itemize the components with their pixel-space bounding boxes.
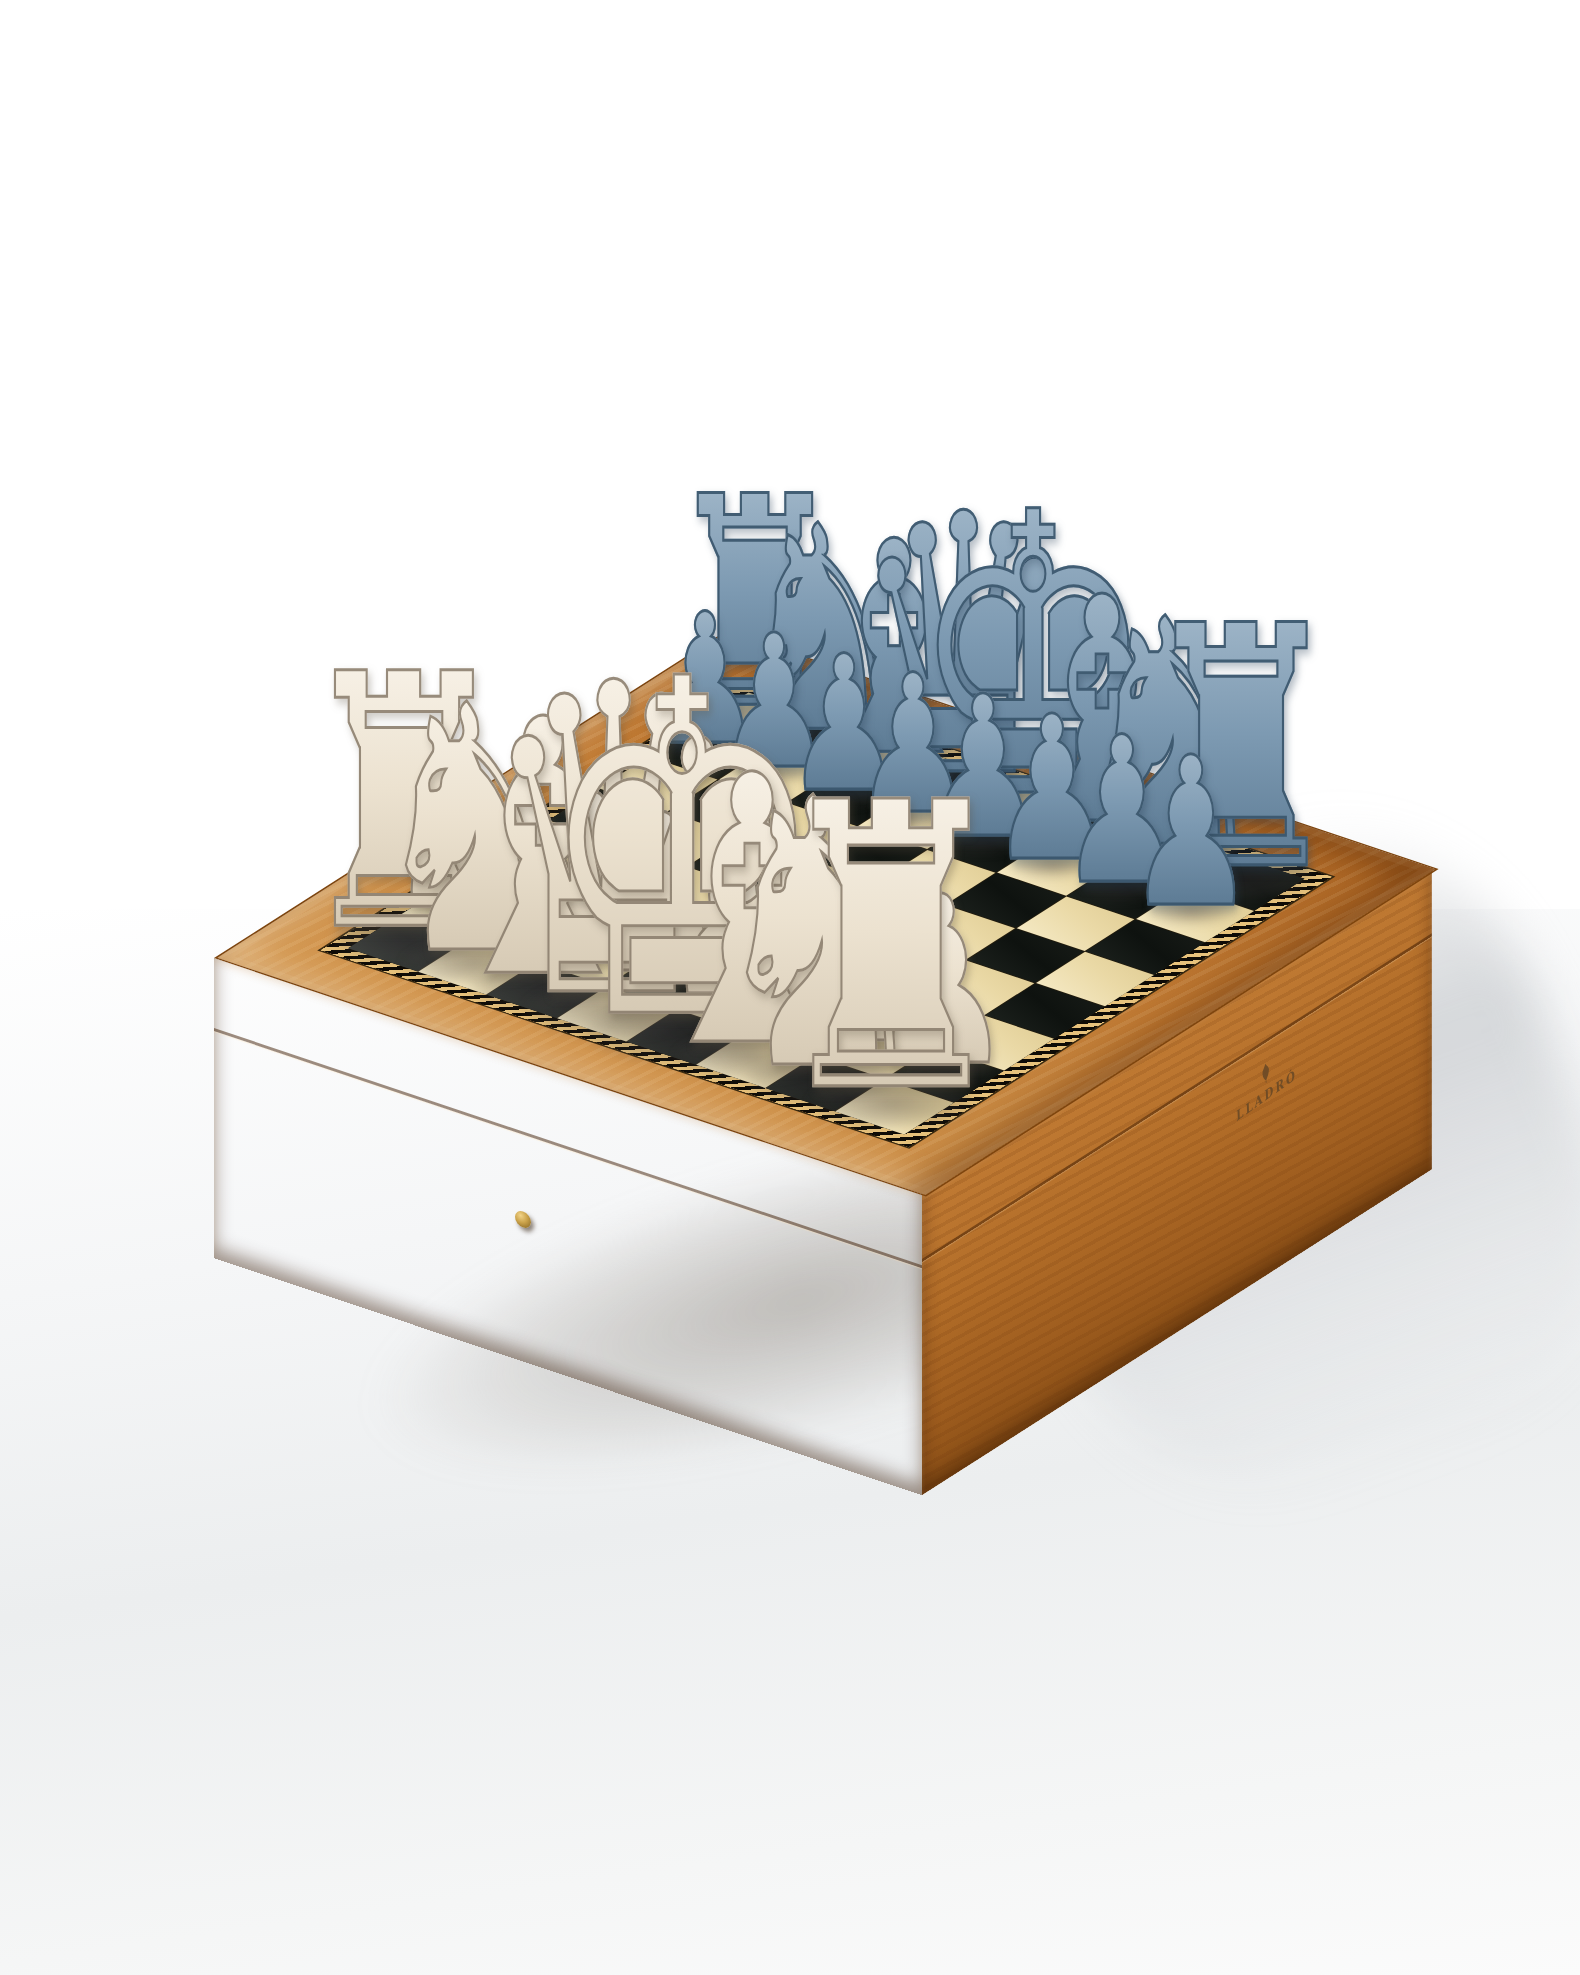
lladro-logo: LLADRÓ bbox=[1215, 1028, 1317, 1140]
product-photo-stage: LLADRÓ ♜♞♝♛♚♝♞♜♟♟♟♟♟♟♟♟♟♟♟♟♟♟♟♟♜♞♝♛♚♝♞♜ bbox=[0, 0, 1580, 1975]
drawer-knob bbox=[515, 1209, 531, 1230]
bellflower-icon bbox=[1260, 1060, 1271, 1087]
